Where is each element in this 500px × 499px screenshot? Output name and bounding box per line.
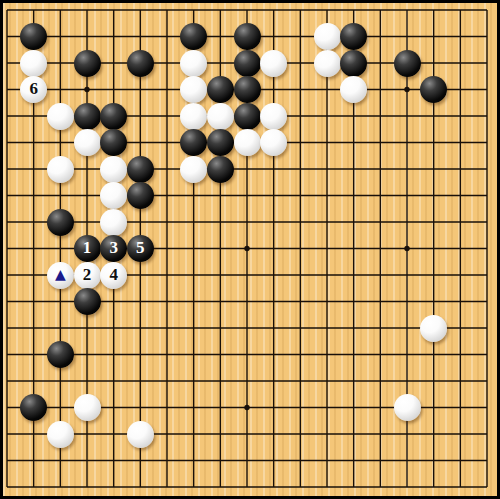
stone-black[interactable] [127,182,154,209]
stone-black[interactable] [394,50,421,77]
move-number-label: 6 [29,80,38,97]
stone-white[interactable] [234,129,261,156]
stone-white[interactable] [74,129,101,156]
stone-white[interactable] [314,23,341,50]
move-number-label: 1 [83,239,92,256]
stone-white[interactable] [180,156,207,183]
stone-black[interactable] [340,50,367,77]
move-number-label: 2 [83,266,92,283]
stone-white[interactable] [20,50,47,77]
stone-black[interactable] [234,50,261,77]
stone-black[interactable] [47,341,74,368]
stone-black[interactable] [207,156,234,183]
stone-black[interactable] [180,129,207,156]
stone-white[interactable] [394,394,421,421]
stone-black[interactable] [100,103,127,130]
stone-white[interactable] [180,50,207,77]
stone-white[interactable] [180,76,207,103]
stone-white[interactable] [100,209,127,236]
stone-black[interactable] [180,23,207,50]
stone-black[interactable] [340,23,367,50]
stone-black[interactable] [100,129,127,156]
move-number-label: 3 [109,239,118,256]
stone-black[interactable] [20,394,47,421]
stone-black[interactable] [74,50,101,77]
stone-black[interactable] [234,76,261,103]
board-frame: 6135▲24 [0,0,500,499]
stone-white[interactable] [340,76,367,103]
stone-white[interactable]: 4 [100,262,127,289]
star-point [84,87,89,92]
stone-white[interactable] [314,50,341,77]
stone-white[interactable] [260,103,287,130]
stone-black[interactable]: 1 [74,235,101,262]
move-number-label: 4 [109,266,118,283]
stone-black[interactable] [20,23,47,50]
stone-black[interactable] [207,129,234,156]
stone-white[interactable] [260,129,287,156]
stone-black[interactable] [207,76,234,103]
stone-black[interactable] [74,103,101,130]
stone-black[interactable] [74,288,101,315]
stone-black[interactable] [127,156,154,183]
move-number-label: 5 [136,239,145,256]
stone-black[interactable] [47,209,74,236]
stone-white[interactable] [100,156,127,183]
star-point [244,246,249,251]
stone-white[interactable] [420,315,447,342]
stone-white[interactable]: ▲ [47,262,74,289]
stone-white[interactable]: 6 [20,76,47,103]
stone-white[interactable] [260,50,287,77]
stone-black[interactable] [127,50,154,77]
stone-white[interactable] [47,156,74,183]
stone-white[interactable] [74,394,101,421]
stone-black[interactable] [420,76,447,103]
stone-black[interactable] [234,23,261,50]
stone-black[interactable] [234,103,261,130]
stone-white[interactable] [207,103,234,130]
star-point [404,87,409,92]
star-point [404,246,409,251]
stone-black[interactable]: 3 [100,235,127,262]
stone-white[interactable] [180,103,207,130]
stone-white[interactable] [47,103,74,130]
stone-white[interactable] [100,182,127,209]
stone-white[interactable]: 2 [74,262,101,289]
stone-black[interactable]: 5 [127,235,154,262]
triangle-marker: ▲ [55,267,66,281]
star-point [244,405,249,410]
stone-white[interactable] [127,421,154,448]
stone-white[interactable] [47,421,74,448]
